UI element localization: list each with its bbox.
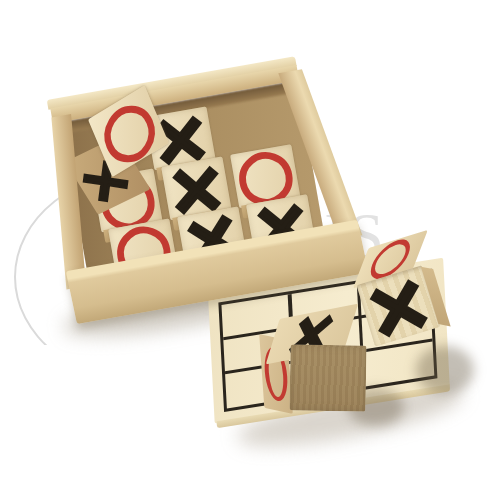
product-photo-scene: US ×○×○×○○×× × [0, 0, 500, 500]
cube-blank-face [289, 344, 366, 411]
storage-box: ×○×○×○○×× [36, 43, 365, 328]
board-cube-tilted: × [260, 303, 380, 425]
